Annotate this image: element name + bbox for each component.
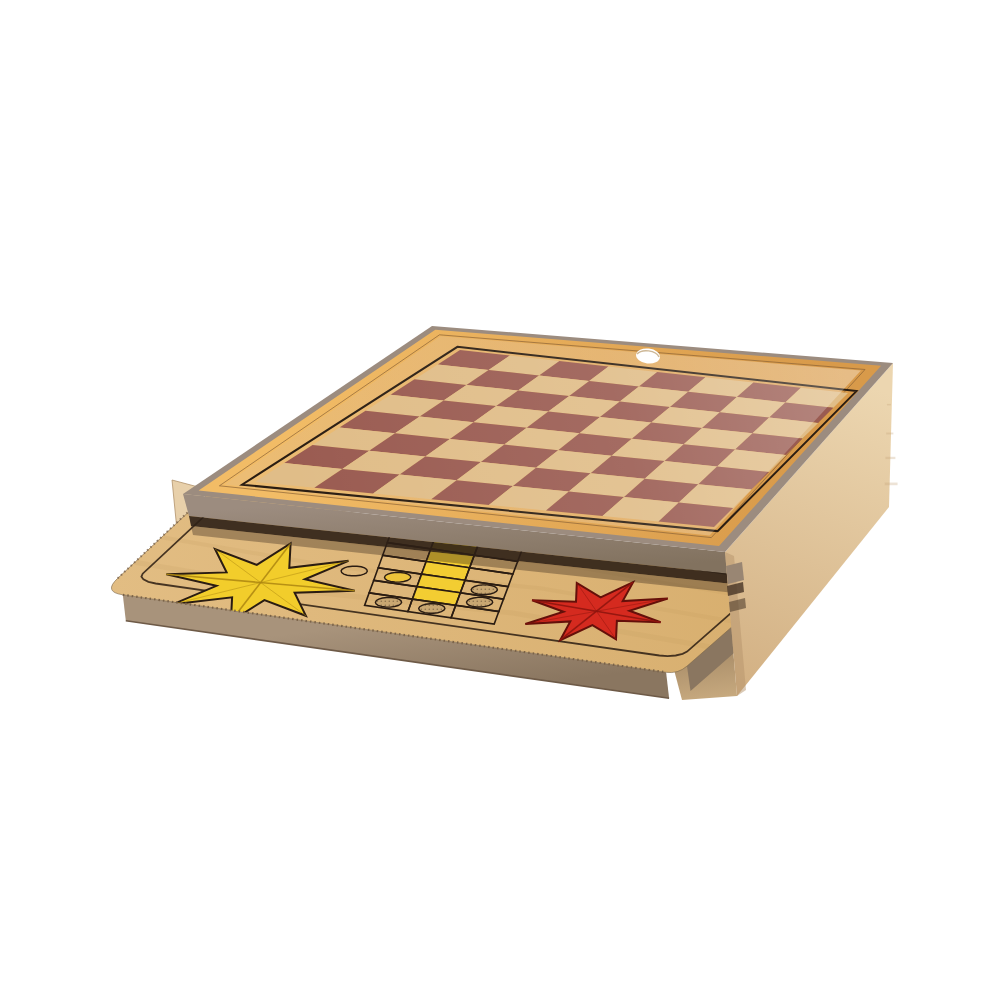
ludo-hatched-circle bbox=[467, 597, 493, 607]
ludo-ring-circle bbox=[385, 572, 411, 582]
ludo-hatched-circle bbox=[471, 585, 497, 595]
ludo-hatched-circle bbox=[419, 604, 445, 614]
game-box-photo bbox=[0, 0, 1000, 1000]
ludo-hatched-circle bbox=[375, 598, 401, 608]
product-image bbox=[0, 0, 1000, 1000]
